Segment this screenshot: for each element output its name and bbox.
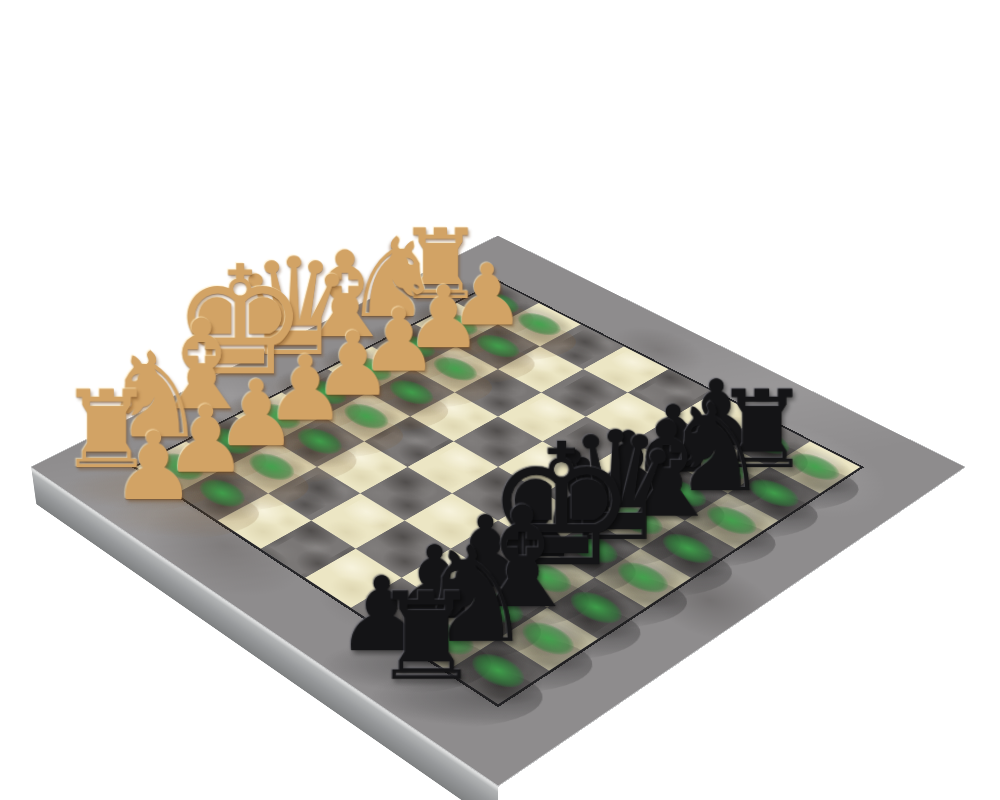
- piece-black-rook-h8[interactable]: ♜: [327, 576, 525, 697]
- chess-board: ♜♟♟♜♞♟♟♞♝♟♟♝♛♟♟♛♚♟♟♚♝♟♟♝♞♟♟♞♜♟♟♜: [30, 235, 966, 786]
- piece-white-pawn-h2[interactable]: ♟: [65, 419, 243, 513]
- black-rook-icon: ♜: [372, 576, 481, 697]
- white-pawn-icon: ♟: [111, 419, 196, 513]
